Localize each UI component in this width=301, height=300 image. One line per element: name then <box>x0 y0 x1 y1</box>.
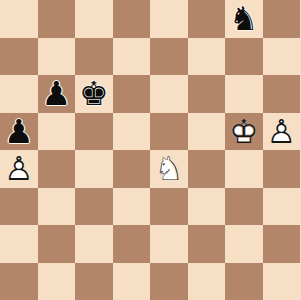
square-e1[interactable] <box>150 263 188 300</box>
square-c1[interactable] <box>75 263 113 300</box>
square-b4[interactable] <box>38 150 76 188</box>
square-e6[interactable] <box>150 75 188 113</box>
square-h1[interactable] <box>263 263 301 300</box>
square-b1[interactable] <box>38 263 76 300</box>
square-c2[interactable] <box>75 225 113 263</box>
square-c7[interactable] <box>75 38 113 76</box>
square-e4[interactable]: ♞♘ <box>150 150 188 188</box>
square-a2[interactable] <box>0 225 38 263</box>
square-g7[interactable] <box>225 38 263 76</box>
square-b7[interactable] <box>38 38 76 76</box>
square-h6[interactable] <box>263 75 301 113</box>
square-f4[interactable] <box>188 150 226 188</box>
square-a7[interactable] <box>0 38 38 76</box>
square-a8[interactable] <box>0 0 38 38</box>
square-d1[interactable] <box>113 263 151 300</box>
square-c5[interactable] <box>75 113 113 151</box>
square-a5[interactable]: ♟ <box>0 113 38 151</box>
square-d3[interactable] <box>113 188 151 226</box>
square-h7[interactable] <box>263 38 301 76</box>
chess-board: ♞♟♚♟♚♔♟♙♟♙♞♘ <box>0 0 300 300</box>
square-h2[interactable] <box>263 225 301 263</box>
piece-white-pawn: ♟♙ <box>0 150 38 188</box>
square-e3[interactable] <box>150 188 188 226</box>
square-c8[interactable] <box>75 0 113 38</box>
square-g2[interactable] <box>225 225 263 263</box>
square-f1[interactable] <box>188 263 226 300</box>
square-a4[interactable]: ♟♙ <box>0 150 38 188</box>
piece-black-pawn: ♟ <box>38 75 76 113</box>
square-f8[interactable] <box>188 0 226 38</box>
piece-black-knight: ♞ <box>225 0 263 38</box>
square-g5[interactable]: ♚♔ <box>225 113 263 151</box>
square-e8[interactable] <box>150 0 188 38</box>
square-d7[interactable] <box>113 38 151 76</box>
piece-white-pawn: ♟♙ <box>263 113 301 151</box>
square-c4[interactable] <box>75 150 113 188</box>
piece-black-king: ♚ <box>75 75 113 113</box>
square-a1[interactable] <box>0 263 38 300</box>
square-b3[interactable] <box>38 188 76 226</box>
square-c3[interactable] <box>75 188 113 226</box>
piece-white-knight: ♞♘ <box>150 150 188 188</box>
square-g4[interactable] <box>225 150 263 188</box>
square-d2[interactable] <box>113 225 151 263</box>
square-e2[interactable] <box>150 225 188 263</box>
square-d5[interactable] <box>113 113 151 151</box>
square-b6[interactable]: ♟ <box>38 75 76 113</box>
piece-black-pawn: ♟ <box>0 113 38 151</box>
square-g1[interactable] <box>225 263 263 300</box>
square-b5[interactable] <box>38 113 76 151</box>
square-g6[interactable] <box>225 75 263 113</box>
square-f5[interactable] <box>188 113 226 151</box>
square-a3[interactable] <box>0 188 38 226</box>
square-d4[interactable] <box>113 150 151 188</box>
square-f2[interactable] <box>188 225 226 263</box>
square-f6[interactable] <box>188 75 226 113</box>
square-h8[interactable] <box>263 0 301 38</box>
square-d8[interactable] <box>113 0 151 38</box>
square-b8[interactable] <box>38 0 76 38</box>
square-e7[interactable] <box>150 38 188 76</box>
square-h3[interactable] <box>263 188 301 226</box>
square-h5[interactable]: ♟♙ <box>263 113 301 151</box>
square-g3[interactable] <box>225 188 263 226</box>
square-a6[interactable] <box>0 75 38 113</box>
square-d6[interactable] <box>113 75 151 113</box>
square-e5[interactable] <box>150 113 188 151</box>
square-g8[interactable]: ♞ <box>225 0 263 38</box>
square-f7[interactable] <box>188 38 226 76</box>
square-c6[interactable]: ♚ <box>75 75 113 113</box>
square-h4[interactable] <box>263 150 301 188</box>
piece-white-king: ♚♔ <box>225 113 263 151</box>
square-b2[interactable] <box>38 225 76 263</box>
square-f3[interactable] <box>188 188 226 226</box>
